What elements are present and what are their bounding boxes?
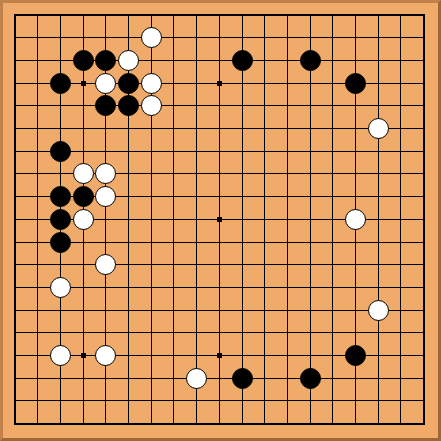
stone-white bbox=[73, 209, 94, 230]
star-point bbox=[217, 217, 222, 222]
stone-black bbox=[73, 50, 94, 71]
stone-white bbox=[368, 300, 389, 321]
stone-white bbox=[141, 73, 162, 94]
grid-line bbox=[14, 400, 425, 401]
stone-white bbox=[118, 50, 139, 71]
grid-line bbox=[14, 264, 425, 265]
star-point bbox=[81, 353, 86, 358]
stone-black bbox=[73, 186, 94, 207]
stone-white bbox=[50, 277, 71, 298]
stone-white bbox=[95, 254, 116, 275]
star-point bbox=[81, 81, 86, 86]
grid-line bbox=[14, 423, 425, 425]
grid-line bbox=[400, 14, 401, 425]
stone-black bbox=[50, 141, 71, 162]
stone-black bbox=[95, 95, 116, 116]
stone-white bbox=[95, 163, 116, 184]
stone-black bbox=[300, 50, 321, 71]
stone-black bbox=[50, 186, 71, 207]
grid-line bbox=[14, 378, 425, 379]
stone-black bbox=[95, 50, 116, 71]
grid-line bbox=[287, 14, 288, 425]
stone-black bbox=[232, 50, 253, 71]
stone-black bbox=[118, 73, 139, 94]
stone-white bbox=[50, 345, 71, 366]
stone-white bbox=[95, 73, 116, 94]
grid-line bbox=[14, 242, 425, 243]
stone-white bbox=[95, 345, 116, 366]
grid-line bbox=[242, 14, 243, 425]
go-board[interactable] bbox=[0, 0, 441, 441]
grid-line bbox=[14, 287, 425, 288]
grid-line bbox=[423, 14, 425, 425]
grid-line bbox=[264, 14, 265, 425]
stone-white bbox=[141, 95, 162, 116]
stone-white bbox=[95, 186, 116, 207]
stone-black bbox=[345, 73, 366, 94]
stone-white bbox=[141, 27, 162, 48]
stone-black bbox=[50, 73, 71, 94]
stone-black bbox=[345, 345, 366, 366]
stone-white bbox=[73, 163, 94, 184]
grid-line bbox=[14, 310, 425, 311]
grid-line bbox=[14, 332, 425, 333]
star-point bbox=[217, 353, 222, 358]
stone-black bbox=[300, 368, 321, 389]
stone-black bbox=[232, 368, 253, 389]
stone-black bbox=[50, 209, 71, 230]
stone-black bbox=[118, 95, 139, 116]
grid-line bbox=[310, 14, 311, 425]
star-point bbox=[217, 81, 222, 86]
grid-line bbox=[378, 14, 379, 425]
stone-white bbox=[345, 209, 366, 230]
stone-white bbox=[186, 368, 207, 389]
stone-black bbox=[50, 232, 71, 253]
grid-line bbox=[332, 14, 333, 425]
stone-white bbox=[368, 118, 389, 139]
